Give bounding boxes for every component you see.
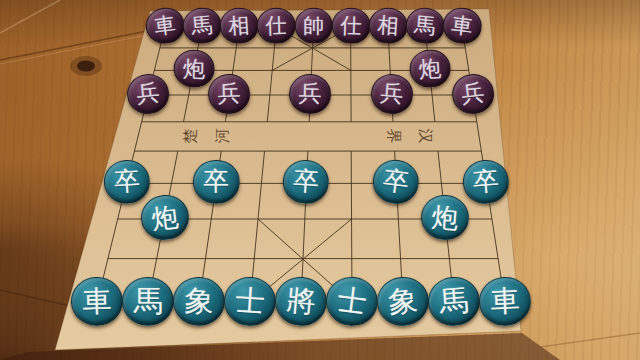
piece-character: 炮 (174, 51, 213, 88)
piece-black-soldier[interactable]: 卒 (282, 159, 331, 205)
piece-black-advisor[interactable]: 士 (222, 275, 277, 327)
piece-character: 卒 (283, 160, 330, 204)
piece-character: 炮 (139, 194, 189, 242)
piece-red-elephant[interactable]: 相 (219, 7, 260, 46)
piece-red-advisor[interactable]: 仕 (331, 7, 371, 44)
piece-character: 仕 (258, 8, 296, 43)
piece-character: 炮 (409, 50, 450, 89)
piece-character: 士 (223, 276, 276, 326)
piece-character: 兵 (451, 73, 495, 115)
piece-red-soldier[interactable]: 兵 (208, 73, 251, 114)
piece-character: 卒 (463, 160, 510, 205)
pieces-layer: 車馬相仕帥仕相馬車炮炮兵兵兵兵兵卒卒卒卒卒炮炮車馬象士將士象馬車 (0, 0, 640, 360)
piece-black-soldier[interactable]: 卒 (371, 158, 422, 207)
piece-black-soldier[interactable]: 卒 (193, 160, 239, 204)
wood-table: 楚河 界汉 車馬相仕帥仕相馬車炮炮兵兵兵兵兵卒卒卒卒卒炮炮車馬象士將士象馬車 (0, 0, 640, 360)
piece-red-soldier[interactable]: 兵 (450, 72, 496, 116)
piece-character: 炮 (420, 194, 469, 241)
piece-character: 車 (442, 7, 483, 46)
piece-black-horse[interactable]: 馬 (426, 275, 482, 328)
piece-red-soldier[interactable]: 兵 (125, 72, 170, 115)
piece-character: 帥 (295, 9, 332, 43)
piece-character: 卒 (194, 161, 238, 203)
piece-character: 仕 (332, 8, 370, 43)
piece-black-horse[interactable]: 馬 (122, 277, 174, 326)
piece-red-cannon[interactable]: 炮 (408, 49, 451, 90)
piece-black-chariot[interactable]: 車 (478, 276, 532, 328)
piece-character: 車 (145, 7, 186, 46)
piece-character: 相 (220, 8, 259, 45)
piece-red-elephant[interactable]: 相 (367, 7, 408, 46)
piece-character: 卒 (372, 159, 421, 206)
piece-character: 兵 (370, 73, 413, 114)
piece-character: 車 (479, 277, 531, 326)
piece-character: 將 (274, 276, 328, 328)
piece-character: 兵 (127, 73, 170, 114)
piece-character: 象 (375, 275, 430, 327)
piece-red-soldier[interactable]: 兵 (289, 73, 332, 114)
piece-character: 兵 (209, 74, 250, 113)
piece-character: 象 (173, 277, 225, 326)
piece-character: 馬 (405, 7, 445, 45)
piece-character: 相 (369, 8, 408, 45)
piece-character: 馬 (123, 278, 173, 325)
piece-red-horse[interactable]: 馬 (181, 6, 223, 46)
piece-black-cannon[interactable]: 炮 (419, 193, 470, 242)
piece-character: 兵 (290, 74, 331, 113)
piece-character: 車 (71, 277, 123, 326)
piece-black-chariot[interactable]: 車 (70, 276, 124, 327)
piece-character: 馬 (182, 7, 222, 45)
piece-black-cannon[interactable]: 炮 (138, 192, 191, 242)
piece-red-soldier[interactable]: 兵 (369, 72, 414, 115)
piece-character: 士 (324, 275, 380, 328)
piece-red-general[interactable]: 帥 (294, 8, 333, 44)
piece-character: 馬 (427, 276, 481, 327)
piece-black-elephant[interactable]: 象 (172, 276, 226, 327)
piece-red-horse[interactable]: 馬 (404, 6, 446, 46)
piece-black-general[interactable]: 將 (273, 274, 330, 328)
piece-red-chariot[interactable]: 車 (144, 5, 187, 46)
piece-red-advisor[interactable]: 仕 (257, 7, 297, 44)
piece-black-elephant[interactable]: 象 (374, 274, 431, 329)
piece-black-advisor[interactable]: 士 (323, 274, 381, 329)
piece-red-chariot[interactable]: 車 (441, 5, 484, 46)
